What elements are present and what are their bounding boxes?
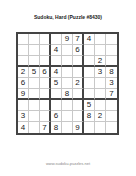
cell-r3c9	[106, 56, 117, 67]
cell-r8c2	[29, 111, 40, 122]
cell-r1c8	[95, 34, 106, 45]
puzzle-title: Sudoku, Hard (Puzzle #8430)	[0, 14, 136, 20]
cell-r7c3	[40, 100, 51, 111]
cell-r9c3: 7	[40, 122, 51, 133]
cell-r3c6	[73, 56, 84, 67]
cell-r6c2	[29, 89, 40, 100]
cell-r3c4	[51, 56, 62, 67]
cell-r1c1	[18, 34, 29, 45]
cell-r3c5	[62, 56, 73, 67]
footer-url: www.sudoku-puzzles.net	[0, 161, 136, 166]
cell-r3c3	[40, 56, 51, 67]
cell-r2c8	[95, 45, 106, 56]
cell-r8c6	[73, 111, 84, 122]
cell-r2c9	[106, 45, 117, 56]
cell-r7c9	[106, 100, 117, 111]
printable-sudoku-page: Sudoku, Hard (Puzzle #8430) 974462256438…	[0, 0, 136, 176]
cell-r7c8	[95, 100, 106, 111]
cell-r9c9	[106, 122, 117, 133]
sudoku-grid: 9744622564386523987536824789	[16, 32, 119, 135]
cell-r6c1: 9	[18, 89, 29, 100]
cell-r9c2	[29, 122, 40, 133]
cell-r4c5	[62, 67, 73, 78]
cell-r3c8: 2	[95, 56, 106, 67]
cell-r5c1: 6	[18, 78, 29, 89]
cell-r4c6	[73, 67, 84, 78]
cell-r7c7: 5	[84, 100, 95, 111]
cell-r4c1: 2	[18, 67, 29, 78]
cell-r4c8: 3	[95, 67, 106, 78]
cell-r1c9	[106, 34, 117, 45]
cell-r6c3	[40, 89, 51, 100]
cell-r5c4: 5	[51, 78, 62, 89]
cell-r8c5	[62, 111, 73, 122]
cell-r5c6: 2	[73, 78, 84, 89]
cell-r4c7	[84, 67, 95, 78]
cell-r7c4	[51, 100, 62, 111]
cell-r2c1	[18, 45, 29, 56]
cell-r8c7: 8	[84, 111, 95, 122]
cell-r5c3	[40, 78, 51, 89]
cell-r6c6	[73, 89, 84, 100]
cell-r3c2	[29, 56, 40, 67]
cell-r1c3	[40, 34, 51, 45]
cell-r6c5: 8	[62, 89, 73, 100]
cell-r7c2	[29, 100, 40, 111]
cell-r4c2: 5	[29, 67, 40, 78]
cell-r9c5	[62, 122, 73, 133]
cell-r1c2	[29, 34, 40, 45]
cell-r1c6: 7	[73, 34, 84, 45]
cell-r9c7	[84, 122, 95, 133]
cell-r7c5	[62, 100, 73, 111]
cell-r2c4: 4	[51, 45, 62, 56]
cell-r7c1	[18, 100, 29, 111]
cell-r1c7: 4	[84, 34, 95, 45]
cell-r8c9	[106, 111, 117, 122]
cell-r5c7	[84, 78, 95, 89]
cell-r9c8	[95, 122, 106, 133]
cell-r5c8	[95, 78, 106, 89]
cell-r1c4	[51, 34, 62, 45]
cell-r7c6	[73, 100, 84, 111]
cell-r8c4: 6	[51, 111, 62, 122]
cell-r3c7	[84, 56, 95, 67]
cell-r8c1: 3	[18, 111, 29, 122]
cell-r2c3	[40, 45, 51, 56]
cell-r4c3: 6	[40, 67, 51, 78]
cell-r8c8: 2	[95, 111, 106, 122]
cell-r2c6: 6	[73, 45, 84, 56]
cell-r6c9: 7	[106, 89, 117, 100]
cell-r2c7	[84, 45, 95, 56]
cell-r4c4: 4	[51, 67, 62, 78]
cell-r8c3	[40, 111, 51, 122]
cell-r1c5: 9	[62, 34, 73, 45]
cell-r6c8	[95, 89, 106, 100]
cell-r9c4: 8	[51, 122, 62, 133]
cell-r3c1	[18, 56, 29, 67]
cell-r2c2	[29, 45, 40, 56]
cell-r5c9: 3	[106, 78, 117, 89]
cell-r2c5	[62, 45, 73, 56]
cell-r9c1: 4	[18, 122, 29, 133]
cell-r4c9: 8	[106, 67, 117, 78]
cell-r9c6: 9	[73, 122, 84, 133]
cell-r5c2	[29, 78, 40, 89]
cell-r6c7	[84, 89, 95, 100]
cell-r5c5	[62, 78, 73, 89]
cell-r6c4	[51, 89, 62, 100]
